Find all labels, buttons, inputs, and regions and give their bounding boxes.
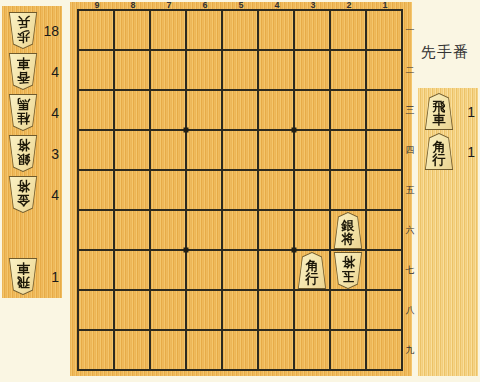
- sente-hand-count-bishop: 1: [467, 144, 475, 160]
- cell-21[interactable]: [331, 11, 365, 49]
- cell-37[interactable]: 角行: [295, 251, 329, 289]
- koma-kanji: 飛車: [433, 100, 446, 127]
- cell-77[interactable]: [151, 251, 185, 289]
- cell-66[interactable]: [187, 211, 221, 249]
- koma-face: 香車: [9, 54, 37, 89]
- rank-label-4: 四: [404, 131, 416, 169]
- rank-label-3: 三: [404, 91, 416, 129]
- cell-85[interactable]: [115, 171, 149, 209]
- cell-19[interactable]: [367, 331, 401, 369]
- cell-25[interactable]: [331, 171, 365, 209]
- koma-pawn-gote[interactable]: 歩兵: [8, 12, 38, 49]
- gote-hand-count-pawn: 18: [43, 23, 59, 39]
- cell-62[interactable]: [187, 51, 221, 89]
- gote-hand-count-silver: 3: [51, 146, 59, 162]
- rank-label-7: 七: [404, 251, 416, 289]
- cell-49[interactable]: [259, 331, 293, 369]
- cell-12[interactable]: [367, 51, 401, 89]
- cell-14[interactable]: [367, 131, 401, 169]
- koma-silver-gote[interactable]: 銀将: [8, 135, 38, 172]
- sente-hand-slot-rook: 飛車1: [418, 92, 478, 132]
- gote-hand-slot-silver: 銀将3: [2, 134, 62, 174]
- koma-face: 桂馬: [9, 95, 37, 130]
- rank-label-5: 五: [404, 171, 416, 209]
- cell-43[interactable]: [259, 91, 293, 129]
- koma-kanji: 銀将: [17, 139, 30, 166]
- koma-kanji: 歩兵: [17, 16, 30, 43]
- cell-73[interactable]: [151, 91, 185, 129]
- cell-74[interactable]: [151, 131, 185, 169]
- hoshi-dot: [292, 128, 297, 133]
- cell-76[interactable]: [151, 211, 185, 249]
- cell-79[interactable]: [151, 331, 185, 369]
- cell-22[interactable]: [331, 51, 365, 89]
- koma-lance-gote[interactable]: 香車: [8, 53, 38, 90]
- koma-gold-gote[interactable]: 金将: [8, 176, 38, 213]
- cell-69[interactable]: [187, 331, 221, 369]
- cell-28[interactable]: [331, 291, 365, 329]
- cell-53[interactable]: [223, 91, 257, 129]
- koma-rook-gote[interactable]: 飛車: [8, 258, 38, 295]
- cell-56[interactable]: [223, 211, 257, 249]
- shogi-diagram: 歩兵18香車4桂馬4銀将3金将4飛車1 987654321 銀将角行玉将 一二三…: [0, 0, 480, 382]
- sente-hand-slot-bishop: 角行1: [418, 132, 478, 172]
- gote-hand-slot-pawn: 歩兵18: [2, 11, 62, 51]
- koma-face: 玉将: [334, 253, 362, 288]
- gote-hand-count-lance: 4: [51, 64, 59, 80]
- koma-face: 銀将: [9, 136, 37, 171]
- cell-89[interactable]: [115, 331, 149, 369]
- cell-45[interactable]: [259, 171, 293, 209]
- cell-36[interactable]: [295, 211, 329, 249]
- cell-41[interactable]: [259, 11, 293, 49]
- koma-kanji: 銀将: [342, 219, 355, 246]
- cell-44[interactable]: [259, 131, 293, 169]
- cell-86[interactable]: [115, 211, 149, 249]
- gote-hand-slot-lance: 香車4: [2, 52, 62, 92]
- koma-face: 飛車: [425, 94, 453, 129]
- koma-kanji: 桂馬: [17, 98, 30, 125]
- board-grid: 銀将角行玉将: [77, 9, 403, 371]
- koma-face: 銀将: [334, 213, 362, 248]
- cell-11[interactable]: [367, 11, 401, 49]
- cell-67[interactable]: [187, 251, 221, 289]
- koma-rook-sente[interactable]: 飛車: [424, 93, 454, 130]
- cell-84[interactable]: [115, 131, 149, 169]
- koma-face: 飛車: [9, 259, 37, 294]
- cell-82[interactable]: [115, 51, 149, 89]
- cell-63[interactable]: [187, 91, 221, 129]
- rank-label-1: 一: [404, 11, 416, 49]
- cell-16[interactable]: [367, 211, 401, 249]
- gote-hand-slot-rook: 飛車1: [2, 257, 62, 297]
- koma-kanji: 玉将: [342, 256, 355, 283]
- cell-64[interactable]: [187, 131, 221, 169]
- rank-label-9: 九: [404, 331, 416, 369]
- cell-88[interactable]: [115, 291, 149, 329]
- gote-hand-count-rook: 1: [51, 269, 59, 285]
- cell-96[interactable]: [79, 211, 113, 249]
- cell-59[interactable]: [223, 331, 257, 369]
- cell-68[interactable]: [187, 291, 221, 329]
- cell-13[interactable]: [367, 91, 401, 129]
- koma-bishop-sente[interactable]: 角行: [297, 252, 327, 289]
- gote-hand-count-knight: 4: [51, 105, 59, 121]
- koma-kanji: 金将: [17, 180, 30, 207]
- cell-48[interactable]: [259, 291, 293, 329]
- cell-35[interactable]: [295, 171, 329, 209]
- cell-27[interactable]: 玉将: [331, 251, 365, 289]
- cell-83[interactable]: [115, 91, 149, 129]
- cell-61[interactable]: [187, 11, 221, 49]
- cell-38[interactable]: [295, 291, 329, 329]
- cell-15[interactable]: [367, 171, 401, 209]
- koma-face: 金将: [9, 177, 37, 212]
- rank-label-8: 八: [404, 291, 416, 329]
- koma-kanji: 香車: [17, 57, 30, 84]
- koma-face: 角行: [298, 253, 326, 288]
- cell-71[interactable]: [151, 11, 185, 49]
- koma-kanji: 角行: [433, 140, 446, 167]
- turn-indicator: 先手番: [421, 43, 469, 62]
- sente-hand-count-rook: 1: [467, 104, 475, 120]
- cell-55[interactable]: [223, 171, 257, 209]
- cell-81[interactable]: [115, 11, 149, 49]
- hoshi-dot: [184, 128, 189, 133]
- gote-hand-count-gold: 4: [51, 187, 59, 203]
- cell-98[interactable]: [79, 291, 113, 329]
- koma-king-gote[interactable]: 玉将: [333, 252, 363, 289]
- koma-face: 歩兵: [9, 13, 37, 48]
- koma-bishop-sente[interactable]: 角行: [424, 133, 454, 170]
- cell-32[interactable]: [295, 51, 329, 89]
- cell-47[interactable]: [259, 251, 293, 289]
- cell-51[interactable]: [223, 11, 257, 49]
- cell-33[interactable]: [295, 91, 329, 129]
- cell-39[interactable]: [295, 331, 329, 369]
- sente-hand-tray: 飛車1角行1: [418, 88, 478, 376]
- rank-label-6: 六: [404, 211, 416, 249]
- cell-87[interactable]: [115, 251, 149, 289]
- cell-58[interactable]: [223, 291, 257, 329]
- cell-94[interactable]: [79, 131, 113, 169]
- gote-hand-tray: 歩兵18香車4桂馬4銀将3金将4飛車1: [2, 6, 62, 298]
- cell-65[interactable]: [187, 171, 221, 209]
- koma-knight-gote[interactable]: 桂馬: [8, 94, 38, 131]
- cell-99[interactable]: [79, 331, 113, 369]
- cell-31[interactable]: [295, 11, 329, 49]
- cell-97[interactable]: [79, 251, 113, 289]
- cell-52[interactable]: [223, 51, 257, 89]
- cell-29[interactable]: [331, 331, 365, 369]
- koma-kanji: 飛車: [17, 262, 30, 289]
- cell-91[interactable]: [79, 11, 113, 49]
- gote-hand-slot-gold: 金将4: [2, 175, 62, 215]
- cell-18[interactable]: [367, 291, 401, 329]
- cell-72[interactable]: [151, 51, 185, 89]
- cell-75[interactable]: [151, 171, 185, 209]
- cell-42[interactable]: [259, 51, 293, 89]
- cell-26[interactable]: 銀将: [331, 211, 365, 249]
- cell-95[interactable]: [79, 171, 113, 209]
- cell-34[interactable]: [295, 131, 329, 169]
- hoshi-dot: [292, 248, 297, 253]
- cell-57[interactable]: [223, 251, 257, 289]
- cell-93[interactable]: [79, 91, 113, 129]
- rank-label-2: 二: [404, 51, 416, 89]
- cell-17[interactable]: [367, 251, 401, 289]
- cell-54[interactable]: [223, 131, 257, 169]
- gote-hand-slot-knight: 桂馬4: [2, 93, 62, 133]
- cell-78[interactable]: [151, 291, 185, 329]
- cell-46[interactable]: [259, 211, 293, 249]
- shogi-board: 987654321 銀将角行玉将 一二三四五六七八九: [70, 2, 412, 376]
- hoshi-dot: [184, 248, 189, 253]
- koma-kanji: 角行: [306, 259, 319, 286]
- koma-silver-sente[interactable]: 銀将: [333, 212, 363, 249]
- cell-23[interactable]: [331, 91, 365, 129]
- koma-face: 角行: [425, 134, 453, 169]
- cell-24[interactable]: [331, 131, 365, 169]
- cell-92[interactable]: [79, 51, 113, 89]
